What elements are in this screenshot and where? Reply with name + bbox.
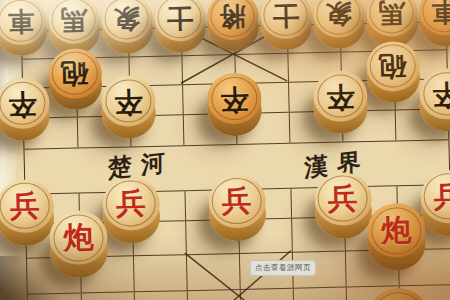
piece-black-general-e1[interactable]: 將 [206, 0, 258, 52]
piece-character: 馬 [60, 6, 87, 33]
piece-character: 卒 [8, 89, 37, 118]
piece-black-soldier-i4[interactable]: 卒 [419, 68, 450, 132]
piece-character: 卒 [220, 84, 249, 113]
piece-face: 兵 [314, 171, 372, 226]
piece-character: 兵 [328, 184, 358, 214]
piece-character: 兵 [10, 191, 40, 221]
piece-red-soldier-a7[interactable]: 兵 [0, 179, 54, 246]
piece-black-soldier-e4[interactable]: 卒 [207, 73, 262, 137]
piece-face: 砲 [48, 48, 102, 99]
xiangqi-photo: 楚河 漢界 車馬象士將士象馬車砲砲卒卒卒卒卒兵兵兵兵兵炮炮馬 点击查看源网页 [0, 0, 450, 300]
shadow-corner [0, 256, 70, 300]
piece-face: 兵 [102, 176, 160, 231]
piece-black-soldier-a4[interactable]: 卒 [0, 77, 50, 141]
piece-character: 車 [7, 7, 34, 34]
piece-face: 砲 [366, 41, 420, 92]
piece-character: 馬 [378, 0, 405, 26]
piece-character: 卒 [326, 82, 355, 111]
piece-black-cannon-h3[interactable]: 砲 [366, 41, 420, 104]
piece-black-chariot-a1[interactable]: 車 [0, 0, 47, 57]
piece-character: 象 [113, 5, 140, 32]
piece-black-soldier-g4[interactable]: 卒 [313, 70, 368, 134]
board: 楚河 漢界 車馬象士將士象馬車砲砲卒卒卒卒卒兵兵兵兵兵炮炮馬 [0, 0, 450, 300]
piece-character: 砲 [61, 59, 89, 87]
piece-character: 士 [272, 1, 299, 28]
piece-character: 卒 [114, 87, 143, 116]
piece-black-advisor-d1[interactable]: 士 [153, 0, 205, 53]
piece-black-chariot-i1[interactable]: 車 [418, 0, 450, 47]
piece-character: 象 [325, 0, 352, 27]
piece-red-cannon-h8[interactable]: 炮 [367, 203, 427, 272]
piece-red-soldier-c7[interactable]: 兵 [102, 176, 160, 243]
piece-character: 砲 [379, 52, 407, 80]
piece-character: 兵 [222, 186, 252, 216]
piece-character: 卒 [432, 79, 450, 108]
piece-character: 士 [166, 4, 193, 31]
piece-character: 炮 [381, 215, 412, 246]
piece-face: 馬 [368, 287, 429, 300]
piece-black-advisor-f1[interactable]: 士 [259, 0, 311, 51]
piece-character: 兵 [116, 189, 146, 219]
piece-face: 兵 [208, 174, 266, 229]
piece-character: 炮 [63, 222, 94, 253]
piece-character: 將 [219, 2, 246, 29]
piece-character: 兵 [434, 181, 450, 211]
piece-red-soldier-g7[interactable]: 兵 [314, 171, 372, 238]
pieces-layer: 車馬象士將士象馬車砲砲卒卒卒卒卒兵兵兵兵兵炮炮馬 [0, 0, 450, 300]
piece-character: 車 [431, 0, 450, 25]
piece-black-elephant-c1[interactable]: 象 [100, 0, 152, 54]
piece-black-cannon-b3[interactable]: 砲 [48, 48, 102, 111]
piece-black-soldier-c4[interactable]: 卒 [101, 75, 156, 139]
piece-red-soldier-e7[interactable]: 兵 [208, 174, 266, 241]
piece-red-horse-h10[interactable]: 馬 [368, 287, 430, 300]
piece-black-elephant-g1[interactable]: 象 [312, 0, 364, 49]
watermark-badge[interactable]: 点击查看源网页 [250, 260, 316, 276]
